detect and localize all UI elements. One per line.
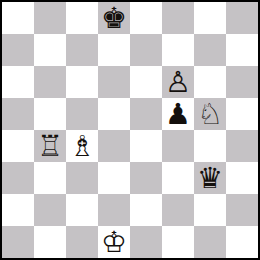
square-c3[interactable]	[66, 162, 98, 194]
square-g5[interactable]: ♘	[194, 98, 226, 130]
square-c4[interactable]: ♗	[66, 130, 98, 162]
square-g2[interactable]	[194, 194, 226, 226]
square-f8[interactable]	[162, 2, 194, 34]
square-h6[interactable]	[226, 66, 258, 98]
square-h1[interactable]	[226, 226, 258, 258]
square-b4[interactable]: ♖	[34, 130, 66, 162]
square-c2[interactable]	[66, 194, 98, 226]
square-a3[interactable]	[2, 162, 34, 194]
chess-diagram: ♚♙♟♘♖♗♛♔	[0, 0, 260, 260]
square-b2[interactable]	[34, 194, 66, 226]
square-g8[interactable]	[194, 2, 226, 34]
square-f7[interactable]	[162, 34, 194, 66]
square-e4[interactable]	[130, 130, 162, 162]
black-queen-piece: ♛	[194, 162, 226, 194]
square-a8[interactable]	[2, 2, 34, 34]
square-a2[interactable]	[2, 194, 34, 226]
black-pawn-piece: ♟	[162, 98, 194, 130]
white-king-piece: ♔	[98, 226, 130, 258]
square-c1[interactable]	[66, 226, 98, 258]
black-king-piece: ♚	[98, 2, 130, 34]
white-pawn-piece: ♙	[162, 66, 194, 98]
square-c5[interactable]	[66, 98, 98, 130]
square-f1[interactable]	[162, 226, 194, 258]
square-h7[interactable]	[226, 34, 258, 66]
square-e3[interactable]	[130, 162, 162, 194]
square-e8[interactable]	[130, 2, 162, 34]
square-d7[interactable]	[98, 34, 130, 66]
square-a4[interactable]	[2, 130, 34, 162]
square-d4[interactable]	[98, 130, 130, 162]
square-b3[interactable]	[34, 162, 66, 194]
square-b7[interactable]	[34, 34, 66, 66]
square-f3[interactable]	[162, 162, 194, 194]
square-e6[interactable]	[130, 66, 162, 98]
square-b8[interactable]	[34, 2, 66, 34]
square-e1[interactable]	[130, 226, 162, 258]
square-a5[interactable]	[2, 98, 34, 130]
square-f2[interactable]	[162, 194, 194, 226]
square-c6[interactable]	[66, 66, 98, 98]
square-d2[interactable]	[98, 194, 130, 226]
square-b6[interactable]	[34, 66, 66, 98]
square-c7[interactable]	[66, 34, 98, 66]
square-h2[interactable]	[226, 194, 258, 226]
square-g4[interactable]	[194, 130, 226, 162]
square-d1[interactable]: ♔	[98, 226, 130, 258]
square-a1[interactable]	[2, 226, 34, 258]
square-h5[interactable]	[226, 98, 258, 130]
white-bishop-piece: ♗	[66, 130, 98, 162]
square-e2[interactable]	[130, 194, 162, 226]
square-a7[interactable]	[2, 34, 34, 66]
square-h8[interactable]	[226, 2, 258, 34]
square-g7[interactable]	[194, 34, 226, 66]
square-d5[interactable]	[98, 98, 130, 130]
square-f4[interactable]	[162, 130, 194, 162]
square-d8[interactable]: ♚	[98, 2, 130, 34]
square-g6[interactable]	[194, 66, 226, 98]
square-d3[interactable]	[98, 162, 130, 194]
white-rook-piece: ♖	[34, 130, 66, 162]
square-f5[interactable]: ♟	[162, 98, 194, 130]
square-c8[interactable]	[66, 2, 98, 34]
square-d6[interactable]	[98, 66, 130, 98]
square-h3[interactable]	[226, 162, 258, 194]
square-e5[interactable]	[130, 98, 162, 130]
white-knight-piece: ♘	[194, 98, 226, 130]
square-b5[interactable]	[34, 98, 66, 130]
chess-board: ♚♙♟♘♖♗♛♔	[2, 2, 258, 258]
square-g3[interactable]: ♛	[194, 162, 226, 194]
square-g1[interactable]	[194, 226, 226, 258]
square-b1[interactable]	[34, 226, 66, 258]
square-f6[interactable]: ♙	[162, 66, 194, 98]
square-a6[interactable]	[2, 66, 34, 98]
square-e7[interactable]	[130, 34, 162, 66]
square-h4[interactable]	[226, 130, 258, 162]
